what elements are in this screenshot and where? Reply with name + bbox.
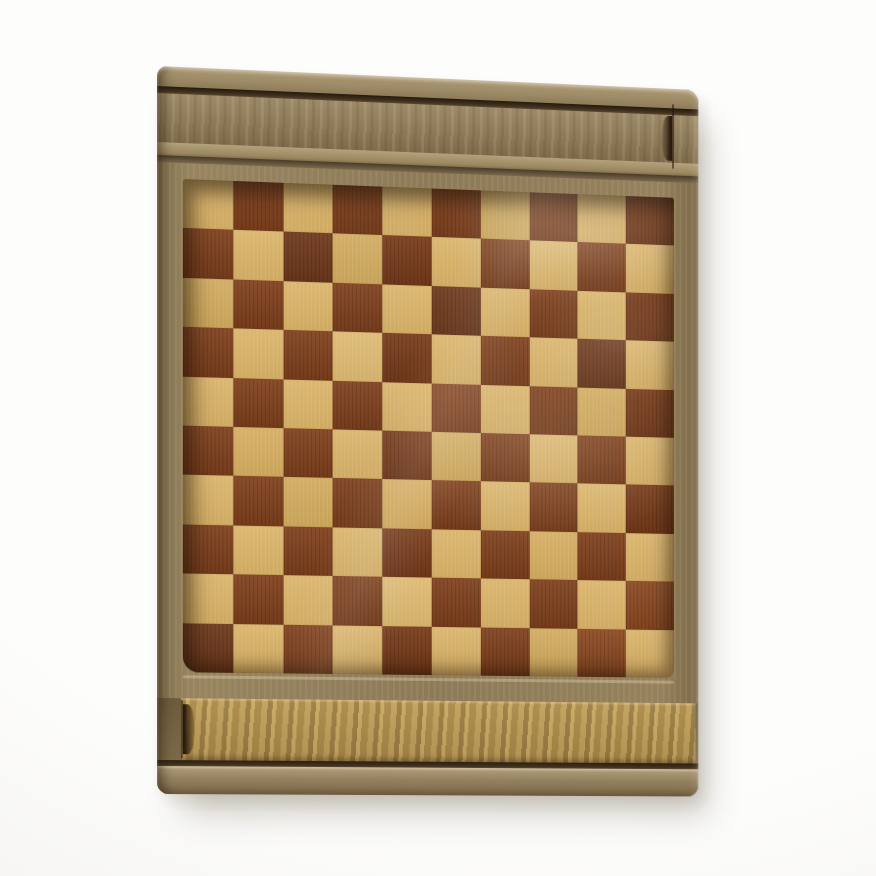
board-cell <box>432 334 481 384</box>
board-cell <box>283 477 333 527</box>
board-cell <box>529 579 577 628</box>
board-cell <box>481 190 530 240</box>
board-cell <box>283 624 333 674</box>
board-cell <box>333 234 382 285</box>
board-cell <box>233 624 283 674</box>
board-cell <box>432 529 481 578</box>
board-cell <box>626 292 674 342</box>
board-cell <box>481 287 530 337</box>
board-cell <box>626 196 674 246</box>
board-cell <box>626 340 674 389</box>
board-cell <box>529 241 577 291</box>
checkers-board-box <box>157 66 698 797</box>
board-cell <box>333 380 382 430</box>
board-cell <box>283 281 333 332</box>
board-cell <box>626 629 674 678</box>
finger-notch-top <box>662 116 672 161</box>
board-cell <box>183 524 233 574</box>
board-cell <box>233 378 283 428</box>
board-cell <box>529 337 577 387</box>
board-cell <box>333 478 382 528</box>
board-cell <box>383 431 432 481</box>
board-cell <box>383 577 432 626</box>
board-cell <box>283 575 333 625</box>
board-cell <box>383 333 432 383</box>
board-cell <box>529 386 577 436</box>
board-cell <box>233 476 283 526</box>
board-frame <box>157 162 698 703</box>
board-cell <box>626 437 674 486</box>
board-cell <box>233 525 283 575</box>
board-cell <box>333 332 382 382</box>
board-cell <box>183 623 233 673</box>
board-cell <box>578 580 626 629</box>
board-cell <box>383 528 432 578</box>
board-cell <box>578 532 626 581</box>
board-cell <box>383 479 432 529</box>
board-cell <box>233 328 283 379</box>
board-cell <box>626 244 674 294</box>
finger-notch-bottom <box>183 704 195 754</box>
board-cell <box>432 626 481 675</box>
bottom-rail-edge-lip <box>157 766 698 797</box>
board-cell <box>283 330 333 380</box>
board-cell <box>432 432 481 482</box>
board-cell <box>283 379 333 429</box>
board-cell <box>578 339 626 389</box>
board-cell <box>333 283 382 333</box>
board-cell <box>578 242 626 292</box>
board-cell <box>529 531 577 580</box>
board-cell <box>183 475 233 525</box>
board-cell <box>183 278 233 329</box>
board-cell <box>481 336 530 386</box>
board-cell <box>183 376 233 427</box>
board-cell <box>481 239 530 289</box>
board-cell <box>578 435 626 484</box>
board-cell <box>233 574 283 624</box>
board-cell <box>432 286 481 336</box>
board-cell <box>481 482 530 531</box>
board-cell <box>183 228 233 279</box>
board-cell <box>578 291 626 341</box>
board-cell <box>233 427 283 477</box>
board-cell <box>333 527 382 577</box>
top-panel-joint-line <box>672 104 674 168</box>
board-cell <box>233 181 283 232</box>
board-cell <box>529 628 577 677</box>
board-cell <box>529 289 577 339</box>
board-cell <box>481 384 530 434</box>
board-cell <box>383 284 432 334</box>
board-cell <box>283 526 333 576</box>
board-cell <box>383 235 432 285</box>
board-cell <box>333 185 382 236</box>
board-cell <box>432 383 481 433</box>
board-cell <box>481 530 530 579</box>
board-cell <box>333 576 382 626</box>
board-cell <box>183 574 233 624</box>
board-cell <box>481 579 530 628</box>
board-cell <box>183 327 233 378</box>
board-cell <box>333 625 382 674</box>
board-cell <box>578 484 626 533</box>
board-cell <box>432 189 481 239</box>
bottom-slide-panel <box>181 698 696 763</box>
board-cell <box>383 382 432 432</box>
board-cell <box>432 237 481 287</box>
board-cell <box>626 581 674 630</box>
board-cell <box>481 433 530 483</box>
board-cell <box>578 194 626 244</box>
board-cell <box>529 434 577 483</box>
board-cell <box>626 388 674 437</box>
board-cell <box>233 230 283 281</box>
board-cell <box>383 626 432 675</box>
board-cell <box>183 426 233 476</box>
board-cell <box>626 485 674 534</box>
board-cell <box>333 429 382 479</box>
board-cell <box>432 480 481 530</box>
board-cell <box>529 483 577 532</box>
board-cell <box>626 533 674 582</box>
board-cell <box>481 627 530 676</box>
board-cell <box>183 179 233 230</box>
board-cell <box>283 232 333 283</box>
board-cell <box>283 428 333 478</box>
bottom-slide-rail <box>157 698 698 797</box>
board-cell <box>432 578 481 627</box>
board-cell <box>529 192 577 242</box>
board-cell <box>233 279 283 330</box>
photo-background <box>0 0 876 876</box>
board-cell <box>578 628 626 677</box>
board-cell <box>283 183 333 234</box>
board-cell <box>578 387 626 436</box>
board-cell <box>383 187 432 238</box>
board-grid <box>183 179 674 678</box>
